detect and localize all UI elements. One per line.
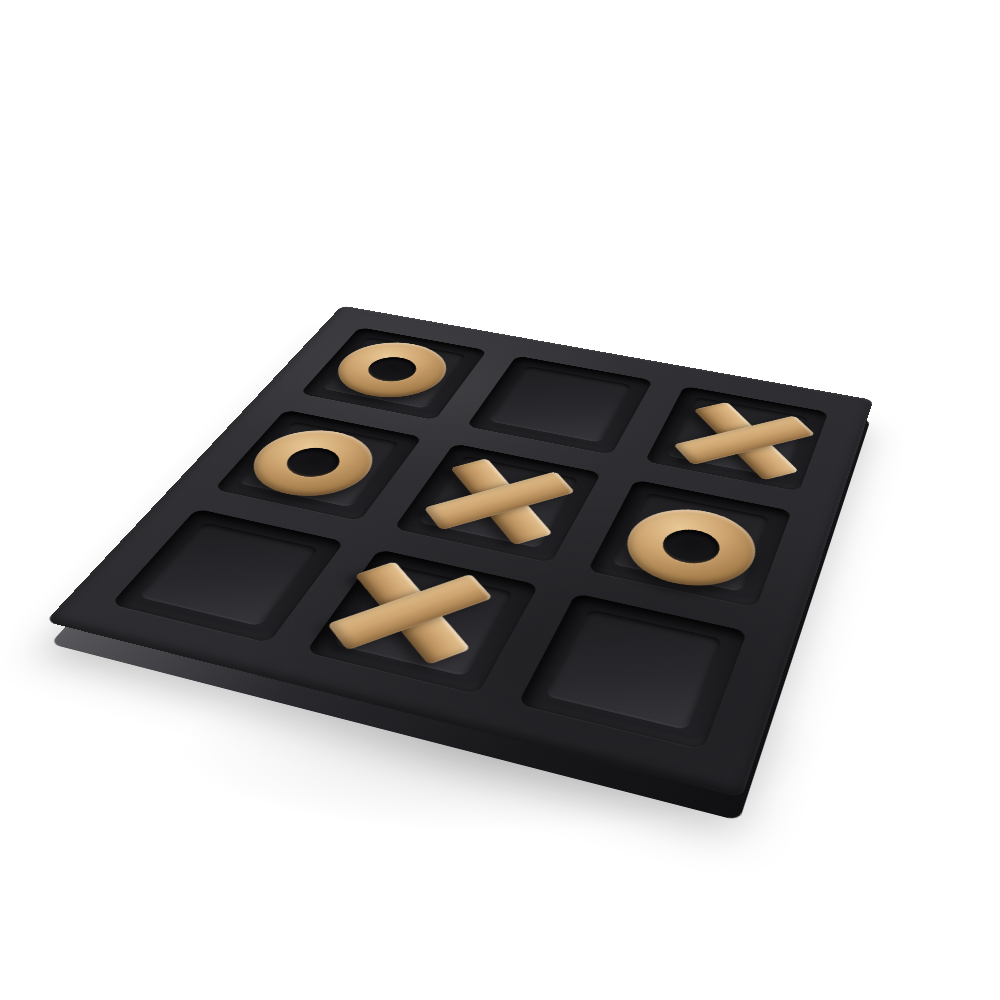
cell-r0-c0[interactable] — [300, 327, 488, 420]
board-perspective-wrap — [180, 180, 820, 820]
cell-r1-c1[interactable] — [394, 444, 601, 563]
cell-r2-c2[interactable] — [517, 593, 747, 750]
cell-well-r2-c0 — [138, 522, 320, 627]
cell-well-r2-c2 — [544, 609, 723, 731]
x-piece-r1-c1[interactable] — [403, 446, 601, 560]
cell-r2-c1[interactable] — [306, 549, 539, 694]
o-piece-r0-c0[interactable] — [320, 335, 462, 405]
cell-r1-c0[interactable] — [214, 410, 423, 521]
product-photo — [0, 0, 1000, 1000]
x-piece-r0-c2[interactable] — [650, 392, 843, 492]
cell-r0-c2[interactable] — [644, 386, 828, 492]
o-piece-hole-r1-c0 — [278, 444, 348, 481]
cell-r1-c2[interactable] — [587, 480, 791, 608]
o-piece-hole-r0-c0 — [361, 354, 424, 385]
o-piece-r1-c0[interactable] — [233, 422, 391, 506]
o-piece-hole-r1-c2 — [657, 525, 726, 568]
cell-r0-c1[interactable] — [466, 356, 652, 455]
x-piece-r2-c1[interactable] — [303, 545, 523, 686]
cell-r2-c0[interactable] — [111, 508, 345, 643]
cell-well-r0-c1 — [488, 366, 633, 443]
